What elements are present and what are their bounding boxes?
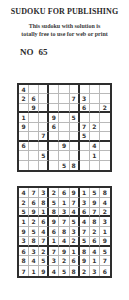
solution-cell-r7c5: 9: [59, 247, 69, 257]
solution-cell-r5c2: 5: [29, 227, 39, 237]
puzzle-cell-r9c2: [29, 161, 39, 170]
solution-cell-r4c8: 8: [90, 217, 100, 227]
puzzle-cell-r3c6: [70, 104, 80, 113]
puzzle-cell-r6c4: [49, 132, 59, 141]
solution-cell-r6c8: 6: [90, 237, 100, 247]
page: SUDOKU FOR PUBLISHING This sudoku with s…: [0, 0, 129, 300]
puzzle-cell-r4c9: [100, 113, 110, 122]
solution-cell-r4c6: 5: [70, 217, 80, 227]
solution-cell-r5c3: 4: [39, 227, 49, 237]
puzzle-cell-r7c1: 6: [19, 142, 29, 151]
puzzle-cell-r2c4: [49, 94, 59, 103]
solution-cell-r9c3: 9: [39, 266, 49, 276]
puzzle-number-value: 65: [39, 47, 48, 57]
solution-cell-r2c9: 4: [100, 198, 110, 208]
solution-cell-r3c9: 2: [100, 208, 110, 218]
puzzle-cell-r5c4: 6: [49, 123, 59, 132]
solution-cell-r2c7: 3: [80, 198, 90, 208]
puzzle-cell-r1c9: [100, 85, 110, 94]
solution-cell-r6c6: 2: [70, 237, 80, 247]
puzzle-grid: 426739621959672756945158: [17, 83, 112, 172]
solution-cell-r7c8: 4: [90, 247, 100, 257]
puzzle-cell-r4c8: [90, 113, 100, 122]
solution-cell-r6c4: 1: [49, 237, 59, 247]
puzzle-cell-r4c4: 9: [49, 113, 59, 122]
puzzle-cell-r6c9: [100, 132, 110, 141]
solution-cell-r3c8: 7: [90, 208, 100, 218]
puzzle-cell-r6c7: 5: [80, 132, 90, 141]
puzzle-cell-r3c3: [39, 104, 49, 113]
solution-cell-r1c1: 4: [19, 188, 29, 198]
solution-cell-r1c4: 2: [49, 188, 59, 198]
solution-cell-r5c4: 6: [49, 227, 59, 237]
solution-cell-r1c9: 8: [100, 188, 110, 198]
solution-cell-r9c7: 2: [80, 266, 90, 276]
subtitle: This sudoku with solution is totally fre…: [0, 23, 129, 38]
puzzle-cell-r3c7: 6: [80, 104, 90, 113]
solution-cell-r3c4: 8: [49, 208, 59, 218]
puzzle-cell-r2c2: 6: [29, 94, 39, 103]
puzzle-cell-r7c7: [80, 142, 90, 151]
solution-cell-r3c6: 4: [70, 208, 80, 218]
solution-cell-r5c1: 9: [19, 227, 29, 237]
solution-cell-r9c4: 4: [49, 266, 59, 276]
solution-cell-r3c2: 9: [29, 208, 39, 218]
puzzle-cell-r1c1: 4: [19, 85, 29, 94]
puzzle-cell-r2c7: 3: [80, 94, 90, 103]
solution-cell-r2c6: 7: [70, 198, 80, 208]
solution-cell-r8c2: 4: [29, 256, 39, 266]
subtitle-line-2: totally free to use for web or print: [0, 31, 129, 39]
solution-cell-r7c2: 3: [29, 247, 39, 257]
solution-cell-r1c6: 9: [70, 188, 80, 198]
puzzle-cell-r2c9: [100, 94, 110, 103]
puzzle-cell-r1c7: [80, 85, 90, 94]
puzzle-cell-r6c8: [90, 132, 100, 141]
puzzle-cell-r2c5: [59, 94, 69, 103]
puzzle-cell-r6c5: [59, 132, 69, 141]
solution-cell-r4c1: 1: [19, 217, 29, 227]
puzzle-cell-r8c2: [29, 151, 39, 160]
solution-cell-r8c7: 9: [80, 256, 90, 266]
solution-cell-r9c2: 1: [29, 266, 39, 276]
puzzle-cell-r4c2: [29, 113, 39, 122]
solution-cell-r2c3: 8: [39, 198, 49, 208]
puzzle-cell-r4c3: [39, 113, 49, 122]
puzzle-cell-r2c8: [90, 94, 100, 103]
solution-cell-r7c7: 8: [80, 247, 90, 257]
subtitle-line-1: This sudoku with solution is: [0, 23, 129, 31]
solution-cell-r5c9: 1: [100, 227, 110, 237]
solution-cell-r8c5: 2: [59, 256, 69, 266]
puzzle-cell-r1c6: [70, 85, 80, 94]
puzzle-cell-r1c5: [59, 85, 69, 94]
solution-cell-r5c7: 7: [80, 227, 90, 237]
puzzle-cell-r7c3: [39, 142, 49, 151]
solution-cell-r1c5: 6: [59, 188, 69, 198]
solution-cell-r2c2: 6: [29, 198, 39, 208]
puzzle-cell-r1c3: [39, 85, 49, 94]
puzzle-number: NO65: [20, 48, 129, 57]
solution-cell-r7c9: 5: [100, 247, 110, 257]
solution-cell-r1c3: 3: [39, 188, 49, 198]
page-title: SUDOKU FOR PUBLISHING: [0, 7, 129, 16]
puzzle-cell-r4c7: [80, 113, 90, 122]
puzzle-cell-r9c9: [100, 161, 110, 170]
puzzle-cell-r3c5: [59, 104, 69, 113]
solution-cell-r9c6: 8: [70, 266, 80, 276]
puzzle-cell-r1c8: [90, 85, 100, 94]
solution-cell-r3c5: 3: [59, 208, 69, 218]
solution-cell-r7c3: 2: [39, 247, 49, 257]
solution-cell-r7c4: 7: [49, 247, 59, 257]
solution-cell-r7c6: 1: [70, 247, 80, 257]
puzzle-cell-r3c9: 2: [100, 104, 110, 113]
solution-cell-r2c8: 9: [90, 198, 100, 208]
puzzle-number-label: NO: [20, 47, 34, 57]
puzzle-cell-r5c1: 9: [19, 123, 29, 132]
solution-cell-r6c3: 7: [39, 237, 49, 247]
solution-cell-r4c2: 2: [29, 217, 39, 227]
solution-cell-r2c1: 2: [19, 198, 29, 208]
solution-cell-r6c5: 4: [59, 237, 69, 247]
solution-grid: 4732691582685173945918346721269754839546…: [17, 186, 112, 278]
puzzle-cell-r8c7: [80, 151, 90, 160]
puzzle-cell-r7c8: 4: [90, 142, 100, 151]
puzzle-cell-r4c5: [59, 113, 69, 122]
puzzle-cell-r2c6: 7: [70, 94, 80, 103]
solution-cell-r6c7: 5: [80, 237, 90, 247]
puzzle-cell-r5c7: 7: [80, 123, 90, 132]
solution-cell-r8c8: 1: [90, 256, 100, 266]
puzzle-cell-r3c8: [90, 104, 100, 113]
puzzle-cell-r1c4: [49, 85, 59, 94]
puzzle-cell-r9c1: [19, 161, 29, 170]
puzzle-cell-r5c9: [100, 123, 110, 132]
solution-cell-r5c6: 3: [70, 227, 80, 237]
puzzle-cell-r9c7: [80, 161, 90, 170]
puzzle-cell-r6c1: [19, 132, 29, 141]
solution-cell-r8c3: 5: [39, 256, 49, 266]
solution-cell-r5c5: 8: [59, 227, 69, 237]
solution-cell-r3c7: 6: [80, 208, 90, 218]
puzzle-cell-r4c1: 1: [19, 113, 29, 122]
puzzle-cell-r7c5: 9: [59, 142, 69, 151]
solution-cell-r3c1: 5: [19, 208, 29, 218]
solution-cell-r8c4: 3: [49, 256, 59, 266]
puzzle-cell-r2c3: [39, 94, 49, 103]
solution-cell-r9c9: 6: [100, 266, 110, 276]
puzzle-cell-r6c3: 7: [39, 132, 49, 141]
solution-cell-r6c2: 8: [29, 237, 39, 247]
puzzle-cell-r8c4: [49, 151, 59, 160]
solution-cell-r4c4: 9: [49, 217, 59, 227]
puzzle-cell-r6c6: [70, 132, 80, 141]
puzzle-cell-r5c6: [70, 123, 80, 132]
solution-cell-r7c1: 6: [19, 247, 29, 257]
puzzle-cell-r6c2: [29, 132, 39, 141]
solution-cell-r2c5: 1: [59, 198, 69, 208]
solution-cell-r1c8: 5: [90, 188, 100, 198]
puzzle-cell-r9c3: [39, 161, 49, 170]
puzzle-cell-r5c5: [59, 123, 69, 132]
solution-cell-r4c9: 3: [100, 217, 110, 227]
puzzle-cell-r5c2: [29, 123, 39, 132]
puzzle-cell-r4c6: 5: [70, 113, 80, 122]
puzzle-cell-r7c4: [49, 142, 59, 151]
solution-cell-r4c3: 6: [39, 217, 49, 227]
puzzle-cell-r7c6: [70, 142, 80, 151]
solution-cell-r9c8: 3: [90, 266, 100, 276]
puzzle-cell-r8c3: 5: [39, 151, 49, 160]
solution-cell-r8c1: 8: [19, 256, 29, 266]
puzzle-cell-r2c1: 2: [19, 94, 29, 103]
puzzle-cell-r9c8: [90, 161, 100, 170]
puzzle-cell-r8c6: [70, 151, 80, 160]
puzzle-cell-r8c9: [100, 151, 110, 160]
puzzle-cell-r8c1: [19, 151, 29, 160]
puzzle-cell-r5c8: 2: [90, 123, 100, 132]
puzzle-cell-r9c6: 8: [70, 161, 80, 170]
puzzle-cell-r7c2: [29, 142, 39, 151]
solution-cell-r4c7: 4: [80, 217, 90, 227]
solution-cell-r6c9: 9: [100, 237, 110, 247]
puzzle-cell-r7c9: [100, 142, 110, 151]
solution-cell-r5c8: 2: [90, 227, 100, 237]
solution-cell-r1c2: 7: [29, 188, 39, 198]
puzzle-cell-r1c2: [29, 85, 39, 94]
puzzle-cell-r3c1: [19, 104, 29, 113]
solution-cell-r6c1: 3: [19, 237, 29, 247]
solution-cell-r1c7: 1: [80, 188, 90, 198]
puzzle-cell-r8c8: 1: [90, 151, 100, 160]
solution-cell-r8c6: 6: [70, 256, 80, 266]
solution-cell-r9c1: 7: [19, 266, 29, 276]
puzzle-cell-r9c5: 5: [59, 161, 69, 170]
puzzle-cell-r8c5: [59, 151, 69, 160]
puzzle-cell-r9c4: [49, 161, 59, 170]
puzzle-cell-r3c4: [49, 104, 59, 113]
solution-cell-r2c4: 5: [49, 198, 59, 208]
solution-cell-r9c5: 5: [59, 266, 69, 276]
puzzle-cell-r3c2: 9: [29, 104, 39, 113]
puzzle-cell-r5c3: [39, 123, 49, 132]
solution-cell-r8c9: 7: [100, 256, 110, 266]
solution-cell-r4c5: 7: [59, 217, 69, 227]
solution-cell-r3c3: 1: [39, 208, 49, 218]
